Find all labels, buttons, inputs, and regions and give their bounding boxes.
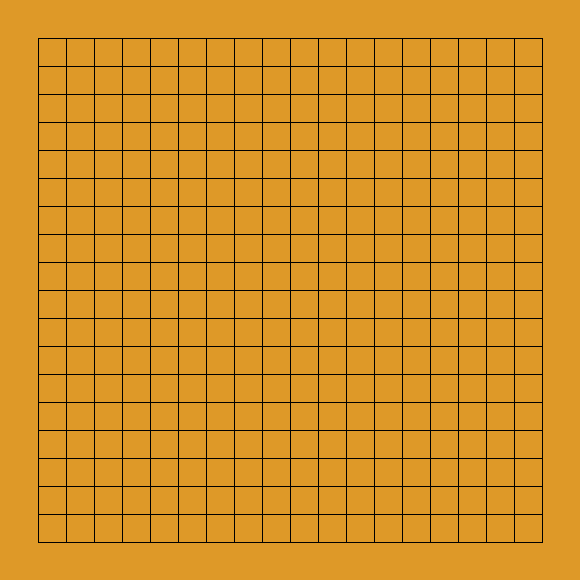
go-board[interactable] [0,0,580,580]
board-gridlines [38,38,543,543]
